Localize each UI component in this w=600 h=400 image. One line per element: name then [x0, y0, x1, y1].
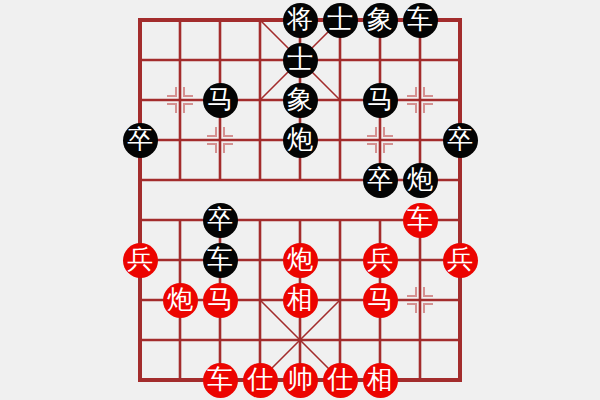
piece-red-elephant[interactable]: 相: [363, 363, 398, 398]
piece-red-advisor[interactable]: 仕: [243, 363, 278, 398]
piece-black-elephant[interactable]: 象: [283, 83, 318, 118]
piece-red-advisor[interactable]: 仕: [323, 363, 358, 398]
piece-black-cannon[interactable]: 炮: [283, 123, 318, 158]
piece-black-elephant[interactable]: 象: [363, 3, 398, 38]
piece-red-general[interactable]: 帅: [283, 363, 318, 398]
piece-red-cannon[interactable]: 炮: [163, 283, 198, 318]
piece-black-horse[interactable]: 马: [363, 83, 398, 118]
piece-black-advisor[interactable]: 士: [283, 43, 318, 78]
piece-black-chariot[interactable]: 车: [403, 3, 438, 38]
piece-red-soldier[interactable]: 兵: [443, 243, 478, 278]
piece-red-chariot[interactable]: 车: [203, 363, 238, 398]
piece-red-horse[interactable]: 马: [203, 283, 238, 318]
piece-red-horse[interactable]: 马: [363, 283, 398, 318]
piece-black-soldier[interactable]: 卒: [363, 163, 398, 198]
piece-red-elephant[interactable]: 相: [283, 283, 318, 318]
piece-red-soldier[interactable]: 兵: [123, 243, 158, 278]
piece-red-cannon[interactable]: 炮: [283, 243, 318, 278]
piece-red-chariot[interactable]: 车: [403, 203, 438, 238]
piece-black-soldier[interactable]: 卒: [123, 123, 158, 158]
piece-red-soldier[interactable]: 兵: [363, 243, 398, 278]
pieces-layer: 将士象车士马象马卒炮卒卒炮卒车车兵炮兵兵炮马相马车仕帅仕相: [120, 0, 480, 400]
piece-black-general[interactable]: 将: [283, 3, 318, 38]
xiangqi-app-canvas: 将士象车士马象马卒炮卒卒炮卒车车兵炮兵兵炮马相马车仕帅仕相: [0, 0, 600, 400]
piece-black-soldier[interactable]: 卒: [443, 123, 478, 158]
piece-black-chariot[interactable]: 车: [203, 243, 238, 278]
piece-black-advisor[interactable]: 士: [323, 3, 358, 38]
piece-black-cannon[interactable]: 炮: [403, 163, 438, 198]
piece-black-horse[interactable]: 马: [203, 83, 238, 118]
piece-black-soldier[interactable]: 卒: [203, 203, 238, 238]
